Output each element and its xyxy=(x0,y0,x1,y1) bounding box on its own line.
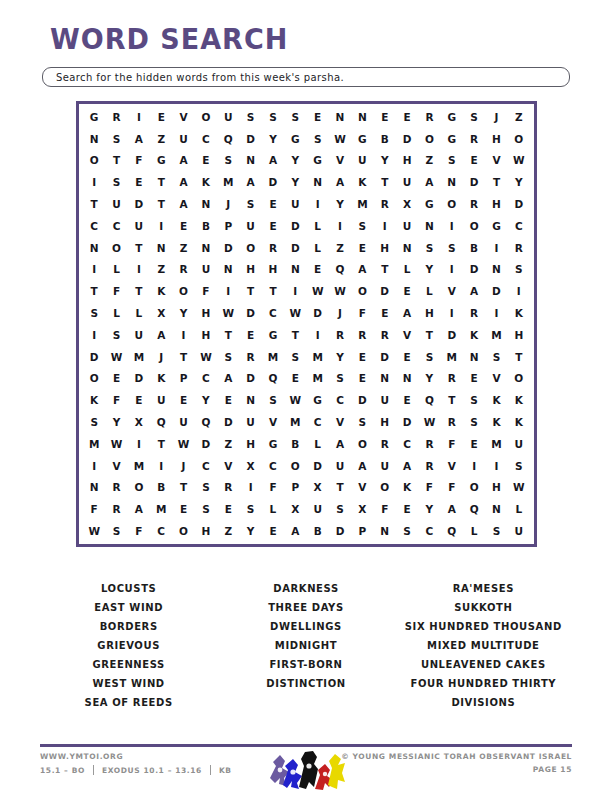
grid-cell: U xyxy=(172,128,194,150)
grid-cell: I xyxy=(329,215,351,237)
grid-cell: C xyxy=(508,215,530,237)
grid-cell: C xyxy=(307,411,329,433)
grid-cell: L xyxy=(418,280,440,302)
grid-cell: U xyxy=(217,106,239,128)
grid-cell: E xyxy=(463,368,485,390)
grid-cell: E xyxy=(396,346,418,368)
grid-cell: M xyxy=(351,193,373,215)
grid-cell: W xyxy=(508,150,530,172)
grid-cell: W xyxy=(195,346,217,368)
grid-cell: F xyxy=(374,498,396,520)
grid-cell: K xyxy=(508,389,530,411)
grid-cell: H xyxy=(374,237,396,259)
grid-cell: F xyxy=(105,280,127,302)
grid-cell: Y xyxy=(195,389,217,411)
grid-cell: H xyxy=(485,128,507,150)
grid-cell: D xyxy=(83,346,105,368)
grid-cell: E xyxy=(150,106,172,128)
grid-cell: S xyxy=(441,150,463,172)
grid-cell: M xyxy=(307,368,329,390)
grid-cell: G xyxy=(351,128,373,150)
grid-cell: W xyxy=(329,280,351,302)
grid-cell: A xyxy=(172,193,194,215)
grid-cell: C xyxy=(105,215,127,237)
grid-cell: N xyxy=(239,150,261,172)
grid-cell: D xyxy=(239,368,261,390)
grid-cell: S xyxy=(351,411,373,433)
grid-cell: Y xyxy=(284,171,306,193)
grid-cell: W xyxy=(172,433,194,455)
word-column: LOCUSTSEAST WINDBORDERSGRIEVOUSGREENNESS… xyxy=(40,579,217,712)
grid-cell: O xyxy=(351,433,373,455)
grid-cell: D xyxy=(239,128,261,150)
grid-cell: U xyxy=(351,150,373,172)
grid-cell: X xyxy=(128,411,150,433)
grid-cell: M xyxy=(441,346,463,368)
grid-cell: U xyxy=(508,433,530,455)
grid-cell: Q xyxy=(329,259,351,281)
grid-cell: E xyxy=(307,106,329,128)
grid-cell: G xyxy=(441,128,463,150)
grid-cell: T xyxy=(150,171,172,193)
grid-cell: Y xyxy=(418,259,440,281)
grid-cell: O xyxy=(105,237,127,259)
grid-cell: Y xyxy=(329,193,351,215)
grid-cell: X xyxy=(396,193,418,215)
grid-cell: S xyxy=(239,106,261,128)
grid-cell: O xyxy=(239,237,261,259)
grid-cell: W xyxy=(105,433,127,455)
footer-segment-divider xyxy=(210,765,211,775)
grid-cell: J xyxy=(217,193,239,215)
word-item: MIXED MULTITUDE xyxy=(395,636,572,655)
grid-cell: R xyxy=(418,455,440,477)
grid-cell: U xyxy=(128,324,150,346)
footer-page-number: PAGE 15 xyxy=(341,765,572,774)
grid-cell: G xyxy=(262,324,284,346)
grid-cell: T xyxy=(128,280,150,302)
grid-cell: D xyxy=(396,128,418,150)
grid-cell: O xyxy=(83,368,105,390)
grid-cell: E xyxy=(351,368,373,390)
grid-cell: A xyxy=(329,433,351,455)
ymtoi-kids-logo xyxy=(268,748,346,790)
grid-cell: N xyxy=(396,237,418,259)
grid-cell: T xyxy=(329,477,351,499)
grid-cell: P xyxy=(284,477,306,499)
word-item: GREENNESS xyxy=(40,655,217,674)
grid-cell: T xyxy=(128,237,150,259)
grid-cell: S xyxy=(105,128,127,150)
grid-cell: Q xyxy=(463,498,485,520)
grid-cell: U xyxy=(172,411,194,433)
grid-cell: U xyxy=(284,193,306,215)
grid-cell: I xyxy=(441,302,463,324)
word-item: DIVISIONS xyxy=(395,693,572,712)
grid-cells: GRIEVOUSSSENNEERGSJZNSAZUCQDYGSWGBDOGRHO… xyxy=(79,104,534,544)
grid-cell: W xyxy=(508,477,530,499)
footer-divider-rule xyxy=(40,744,572,747)
word-item: LOCUSTS xyxy=(40,579,217,598)
grid-cell: E xyxy=(374,302,396,324)
word-item: FIRST-BORN xyxy=(217,655,394,674)
grid-cell: E xyxy=(351,346,373,368)
grid-cell: S xyxy=(239,498,261,520)
grid-cell: X xyxy=(239,455,261,477)
grid-cell: W xyxy=(307,280,329,302)
grid-cell: D xyxy=(374,346,396,368)
grid-cell: O xyxy=(463,215,485,237)
grid-cell: S xyxy=(329,368,351,390)
grid-cell: N xyxy=(463,346,485,368)
grid-cell: Y xyxy=(418,368,440,390)
grid-cell: Z xyxy=(508,106,530,128)
footer-segment-divider xyxy=(93,765,94,775)
grid-cell: S xyxy=(83,411,105,433)
grid-cell: S xyxy=(195,477,217,499)
grid-cell: O xyxy=(172,520,194,542)
grid-cell: B xyxy=(284,433,306,455)
grid-cell: S xyxy=(284,346,306,368)
grid-cell: D xyxy=(239,302,261,324)
grid-cell: F xyxy=(195,280,217,302)
grid-cell: U xyxy=(105,193,127,215)
grid-cell: S xyxy=(217,150,239,172)
word-item: DARKNESS xyxy=(217,579,394,598)
grid-cell: T xyxy=(105,150,127,172)
grid-cell: R xyxy=(463,302,485,324)
grid-cell: Y xyxy=(262,128,284,150)
grid-cell: S xyxy=(485,346,507,368)
grid-cell: C xyxy=(195,368,217,390)
grid-cell: X xyxy=(150,302,172,324)
grid-cell: F xyxy=(351,302,373,324)
grid-cell: T xyxy=(485,171,507,193)
grid-cell: E xyxy=(262,520,284,542)
instruction-box: Search for the hidden words from this we… xyxy=(42,67,570,87)
grid-cell: N xyxy=(217,259,239,281)
grid-cell: E xyxy=(128,389,150,411)
grid-cell: O xyxy=(83,150,105,172)
word-item: SIX HUNDRED THOUSAND xyxy=(395,617,572,636)
grid-cell: I xyxy=(485,455,507,477)
grid-cell: T xyxy=(83,280,105,302)
grid-cell: E xyxy=(396,389,418,411)
grid-cell: S xyxy=(217,346,239,368)
grid-cell: W xyxy=(284,302,306,324)
grid-cell: L xyxy=(396,259,418,281)
grid-cell: W xyxy=(329,128,351,150)
grid-cell: E xyxy=(217,389,239,411)
grid-cell: V xyxy=(105,455,127,477)
grid-cell: Y xyxy=(374,150,396,172)
grid-cell: M xyxy=(307,346,329,368)
grid-cell: E xyxy=(128,171,150,193)
grid-cell: R xyxy=(329,324,351,346)
grid-cell: T xyxy=(374,171,396,193)
grid-cell: K xyxy=(150,280,172,302)
grid-cell: T xyxy=(418,324,440,346)
grid-cell: S xyxy=(83,302,105,324)
grid-cell: M xyxy=(128,346,150,368)
grid-cell: E xyxy=(172,215,194,237)
grid-cell: U xyxy=(374,389,396,411)
grid-cell: I xyxy=(485,237,507,259)
grid-cell: R xyxy=(262,237,284,259)
grid-cell: S xyxy=(284,106,306,128)
grid-cell: K xyxy=(508,302,530,324)
grid-cell: S xyxy=(239,193,261,215)
grid-cell: R xyxy=(172,259,194,281)
grid-cell: T xyxy=(284,324,306,346)
grid-cell: G xyxy=(307,150,329,172)
grid-cell: B xyxy=(463,237,485,259)
grid-cell: W xyxy=(83,520,105,542)
grid-cell: U xyxy=(396,215,418,237)
grid-cell: U xyxy=(307,498,329,520)
grid-cell: N xyxy=(150,237,172,259)
grid-cell: H xyxy=(374,411,396,433)
grid-cell: O xyxy=(128,477,150,499)
grid-cell: R xyxy=(508,237,530,259)
word-item: THREE DAYS xyxy=(217,598,394,617)
grid-cell: F xyxy=(105,389,127,411)
grid-cell: O xyxy=(284,455,306,477)
grid-cell: T xyxy=(441,389,463,411)
grid-cell: D xyxy=(307,302,329,324)
grid-cell: F xyxy=(83,498,105,520)
word-item: DISTINCTION xyxy=(217,674,394,693)
grid-cell: D xyxy=(441,324,463,346)
grid-cell: S xyxy=(329,498,351,520)
grid-cell: H xyxy=(262,259,284,281)
grid-cell: H xyxy=(485,193,507,215)
grid-cell: S xyxy=(418,237,440,259)
grid-cell: F xyxy=(128,150,150,172)
grid-cell: D xyxy=(485,280,507,302)
grid-cell: O xyxy=(172,280,194,302)
grid-cell: I xyxy=(307,193,329,215)
grid-cell: E xyxy=(217,498,239,520)
grid-cell: E xyxy=(463,433,485,455)
grid-cell: P xyxy=(217,215,239,237)
grid-cell: N xyxy=(195,237,217,259)
grid-cell: T xyxy=(150,193,172,215)
grid-cell: C xyxy=(262,455,284,477)
grid-cell: D xyxy=(329,520,351,542)
grid-cell: G xyxy=(262,433,284,455)
grid-cell: Q xyxy=(195,411,217,433)
grid-cell: D xyxy=(351,389,373,411)
grid-cell: S xyxy=(105,520,127,542)
grid-cell: K xyxy=(195,171,217,193)
grid-cell: A xyxy=(150,324,172,346)
grid-cell: X xyxy=(284,498,306,520)
grid-cell: S xyxy=(262,106,284,128)
grid-cell: M xyxy=(485,433,507,455)
grid-cell: A xyxy=(284,520,306,542)
grid-cell: X xyxy=(351,498,373,520)
grid-cell: D xyxy=(128,193,150,215)
grid-cell: H xyxy=(195,302,217,324)
word-column: DARKNESSTHREE DAYSDWELLINGSMIDNIGHTFIRST… xyxy=(217,579,394,712)
grid-cell: A xyxy=(396,455,418,477)
grid-cell: A xyxy=(418,171,440,193)
grid-cell: S xyxy=(463,106,485,128)
grid-cell: V xyxy=(329,411,351,433)
grid-cell: U xyxy=(396,171,418,193)
grid-cell: S xyxy=(418,346,440,368)
grid-cell: A xyxy=(172,150,194,172)
grid-cell: Q xyxy=(418,389,440,411)
grid-cell: L xyxy=(307,215,329,237)
grid-cell: K xyxy=(351,171,373,193)
grid-cell: D xyxy=(463,171,485,193)
grid-cell: E xyxy=(172,389,194,411)
grid-cell: R xyxy=(374,324,396,346)
grid-cell: E xyxy=(172,498,194,520)
grid-cell: D xyxy=(374,280,396,302)
grid-cell: R xyxy=(105,477,127,499)
grid-cell: C xyxy=(195,128,217,150)
grid-cell: Z xyxy=(217,520,239,542)
grid-cell: T xyxy=(150,433,172,455)
grid-cell: C xyxy=(150,520,172,542)
grid-cell: D xyxy=(508,193,530,215)
grid-cell: I xyxy=(441,259,463,281)
page-title: WORD SEARCH xyxy=(50,23,288,56)
grid-cell: N xyxy=(485,259,507,281)
word-column: RA'MESESSUKKOTHSIX HUNDRED THOUSANDMIXED… xyxy=(395,579,572,712)
grid-cell: I xyxy=(485,302,507,324)
grid-cell: C xyxy=(262,302,284,324)
word-item: MIDNIGHT xyxy=(217,636,394,655)
grid-cell: I xyxy=(307,324,329,346)
grid-cell: E xyxy=(396,498,418,520)
grid-cell: R xyxy=(351,324,373,346)
grid-cell: I xyxy=(172,324,194,346)
grid-cell: L xyxy=(508,498,530,520)
grid-cell: E xyxy=(262,193,284,215)
grid-cell: D xyxy=(217,411,239,433)
grid-cell: H xyxy=(418,302,440,324)
grid-cell: T xyxy=(239,280,261,302)
grid-cell: I xyxy=(284,280,306,302)
grid-cell: V xyxy=(172,106,194,128)
grid-cell: E xyxy=(463,150,485,172)
grid-cell: A xyxy=(128,498,150,520)
grid-cell: Q xyxy=(217,128,239,150)
grid-cell: I xyxy=(128,259,150,281)
word-item: GRIEVOUS xyxy=(40,636,217,655)
grid-cell: L xyxy=(128,302,150,324)
grid-cell: S xyxy=(105,324,127,346)
grid-cell: S xyxy=(396,520,418,542)
grid-cell: J xyxy=(329,302,351,324)
grid-cell: Y xyxy=(172,302,194,324)
grid-cell: S xyxy=(105,171,127,193)
grid-cell: K xyxy=(485,411,507,433)
grid-cell: Q xyxy=(441,520,463,542)
grid-cell: M xyxy=(284,411,306,433)
word-search-grid: GRIEVOUSSSENNEERGSJZNSAZUCQDYGSWGBDOGRHO… xyxy=(76,101,537,547)
grid-cell: V xyxy=(441,280,463,302)
footer-website: WWW.YMTOI.ORG xyxy=(40,752,232,761)
grid-cell: N xyxy=(83,477,105,499)
grid-cell: L xyxy=(463,520,485,542)
grid-cell: L xyxy=(105,302,127,324)
grid-cell: G xyxy=(485,215,507,237)
grid-cell: A xyxy=(329,171,351,193)
grid-cell: B xyxy=(150,477,172,499)
grid-cell: G xyxy=(150,150,172,172)
grid-cell: I xyxy=(463,455,485,477)
grid-cell: W xyxy=(217,302,239,324)
grid-cell: A xyxy=(217,368,239,390)
word-item: WEST WIND xyxy=(40,674,217,693)
grid-cell: J xyxy=(485,106,507,128)
grid-cell: A xyxy=(262,150,284,172)
grid-cell: G xyxy=(418,193,440,215)
word-item: EAST WIND xyxy=(40,598,217,617)
grid-cell: P xyxy=(172,368,194,390)
grid-cell: R xyxy=(374,433,396,455)
grid-cell: O xyxy=(441,193,463,215)
grid-cell: E xyxy=(396,106,418,128)
grid-cell: N xyxy=(351,106,373,128)
grid-cell: H xyxy=(195,324,217,346)
grid-cell: N xyxy=(284,259,306,281)
grid-cell: Q xyxy=(150,411,172,433)
grid-cell: D xyxy=(307,455,329,477)
grid-cell: O xyxy=(351,280,373,302)
grid-cell: S xyxy=(195,498,217,520)
grid-cell: S xyxy=(485,520,507,542)
grid-cell: K xyxy=(83,389,105,411)
grid-cell: E xyxy=(284,368,306,390)
grid-cell: V xyxy=(485,150,507,172)
grid-cell: E xyxy=(239,324,261,346)
grid-cell: B xyxy=(374,128,396,150)
grid-cell: Y xyxy=(284,150,306,172)
grid-cell: U xyxy=(195,259,217,281)
grid-cell: Z xyxy=(329,237,351,259)
grid-cell: H xyxy=(239,259,261,281)
word-item: RA'MESES xyxy=(395,579,572,598)
word-item: FOUR HUNDRED THIRTY xyxy=(395,674,572,693)
grid-cell: N xyxy=(83,128,105,150)
grid-cell: N xyxy=(83,237,105,259)
grid-cell: N xyxy=(329,106,351,128)
grid-cell: F xyxy=(418,477,440,499)
grid-cell: E xyxy=(396,280,418,302)
grid-cell: N xyxy=(374,368,396,390)
grid-cell: O xyxy=(418,128,440,150)
grid-cell: C xyxy=(83,215,105,237)
grid-cell: J xyxy=(172,455,194,477)
grid-cell: Z xyxy=(418,150,440,172)
grid-cell: V xyxy=(351,477,373,499)
grid-cell: U xyxy=(374,455,396,477)
grid-cell: V xyxy=(441,455,463,477)
grid-cell: D xyxy=(284,215,306,237)
grid-cell: E xyxy=(307,259,329,281)
grid-cell: D xyxy=(284,237,306,259)
grid-cell: M xyxy=(485,324,507,346)
grid-cell: T xyxy=(508,346,530,368)
grid-cell: T xyxy=(374,259,396,281)
grid-cell: A xyxy=(128,128,150,150)
